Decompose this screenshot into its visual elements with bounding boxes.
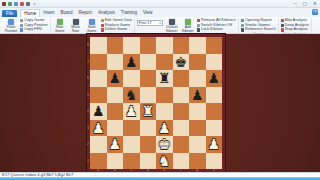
square-a1[interactable]	[90, 153, 107, 170]
white-pawn-e3[interactable]: ♟	[156, 120, 173, 137]
app-icon[interactable]	[2, 2, 6, 6]
square-c3[interactable]	[123, 120, 140, 137]
square-b3[interactable]	[107, 120, 124, 137]
delete-game-button[interactable]: Delete Game	[101, 28, 132, 32]
square-h7[interactable]	[206, 54, 223, 71]
add-kibitzer-button[interactable]: Add Kibitzer	[181, 18, 195, 33]
save-icon[interactable]	[14, 2, 18, 6]
close-button[interactable]: ✕	[310, 0, 320, 7]
square-d5[interactable]	[140, 87, 157, 104]
square-a5[interactable]	[90, 87, 107, 104]
window-controls: –▢✕	[290, 0, 320, 7]
black-pawn-g5[interactable]: ♟	[189, 87, 206, 104]
help-button[interactable]: ?	[312, 9, 318, 15]
tab-training[interactable]: Training	[118, 9, 140, 17]
lock-kibitzer-button[interactable]: Lock Kibitzer	[197, 28, 236, 32]
square-h4[interactable]	[206, 103, 223, 120]
rank-label-5: 5	[87, 87, 90, 104]
square-d3[interactable]	[140, 120, 157, 137]
board-background: abcdefgh 87654321 ♟♚♟♜♟♞♟♟♟♜♟♟♟♚♟♞	[0, 34, 320, 172]
report-icon	[241, 19, 244, 22]
board-grid: abcdefgh 87654321 ♟♚♟♜♟♞♟♟♟♜♟♟♟♚♟♞	[90, 37, 222, 169]
ribbon-tabs: HomeInsertBoardReportAnalysisTrainingVie…	[20, 9, 155, 17]
square-e3[interactable]: ♟	[156, 120, 173, 137]
square-c2[interactable]	[123, 136, 140, 153]
white-pawn-a3[interactable]: ♟	[90, 120, 107, 137]
black-pawn-h6[interactable]: ♟	[206, 70, 223, 87]
square-h5[interactable]	[206, 87, 223, 104]
rank-label-4: 4	[87, 103, 90, 120]
white-rook-d4[interactable]: ♜	[140, 103, 157, 120]
move-now-button[interactable]: Move Now	[69, 18, 83, 33]
square-h2[interactable]: ♟	[206, 136, 223, 153]
square-g7[interactable]	[189, 54, 206, 71]
ribbon-group-clipboard: Paste PositionCopy GameCopy PositionCopy…	[2, 18, 51, 33]
square-d1[interactable]	[140, 153, 157, 170]
square-c7[interactable]: ♟	[123, 54, 140, 71]
square-g2[interactable]	[189, 136, 206, 153]
square-f5[interactable]	[173, 87, 190, 104]
ribbon-content: Paste PositionCopy GameCopy PositionCopy…	[0, 17, 320, 34]
tab-view[interactable]: View	[140, 9, 156, 17]
square-c6[interactable]	[123, 70, 140, 87]
square-d7[interactable]	[140, 54, 157, 71]
square-g6[interactable]	[189, 70, 206, 87]
black-pawn-c7[interactable]: ♟	[123, 54, 140, 71]
ribbon-group-report: Opening ReportSimilar GamesReference Sea…	[239, 18, 279, 33]
square-e1[interactable]: ♞	[156, 153, 173, 170]
new-board-icon[interactable]	[8, 2, 12, 6]
square-d6[interactable]	[140, 70, 157, 87]
square-a2[interactable]	[90, 136, 107, 153]
title-bar: ▾ –▢✕	[0, 0, 320, 8]
paste-position-button[interactable]: Paste Position	[4, 18, 18, 33]
tab-analysis[interactable]: Analysis	[95, 9, 118, 17]
default-kibitzer-button[interactable]: Default Kibitzer	[165, 18, 179, 33]
rank-label-6: 6	[87, 70, 90, 87]
square-a6[interactable]	[90, 70, 107, 87]
tab-report[interactable]: Report	[76, 9, 96, 17]
chess-board: abcdefgh 87654321 ♟♚♟♜♟♞♟♟♟♜♟♟♟♚♟♞	[87, 34, 225, 172]
square-h3[interactable]	[206, 120, 223, 137]
copy-game-icon	[20, 19, 23, 22]
black-pawn-a4[interactable]: ♟	[90, 103, 107, 120]
copy-position-icon	[20, 24, 23, 27]
rank-label-2: 2	[87, 136, 90, 153]
minimize-button[interactable]: –	[290, 0, 300, 7]
square-a4[interactable]: ♟	[90, 103, 107, 120]
copy-fen-button[interactable]: Copy FEN	[20, 28, 48, 32]
square-f6[interactable]	[173, 70, 190, 87]
engine-combo-value: Fritz 17	[139, 21, 152, 25]
square-b1[interactable]	[107, 153, 124, 170]
square-f8[interactable]	[173, 37, 190, 54]
square-f7[interactable]: ♚	[173, 54, 190, 71]
square-h8[interactable]	[206, 37, 223, 54]
rank-label-8: 8	[87, 37, 90, 54]
rank-label-3: 3	[87, 120, 90, 137]
tab-board[interactable]: Board	[58, 9, 76, 17]
black-rook-e6[interactable]: ♜	[156, 70, 173, 87]
rank-label-1: 1	[87, 153, 90, 170]
square-e7[interactable]	[156, 54, 173, 71]
square-a7[interactable]	[90, 54, 107, 71]
black-knight-c5[interactable]: ♞	[123, 87, 140, 104]
new-game-button[interactable]: New Game	[53, 18, 67, 33]
remove-kibitzers-icon	[197, 19, 200, 22]
chessbase-window: ▾ –▢✕ File HomeInsertBoardReportAnalysis…	[0, 0, 320, 180]
print-icon[interactable]	[20, 2, 24, 6]
white-pawn-c4[interactable]: ♟	[123, 103, 140, 120]
square-b8[interactable]	[107, 37, 124, 54]
square-d8[interactable]	[140, 37, 157, 54]
save-game-button[interactable]: Save Game	[85, 18, 99, 33]
square-f3[interactable]	[173, 120, 190, 137]
blitz-icon	[281, 19, 284, 22]
similar-games-icon	[241, 24, 244, 27]
white-knight-e1[interactable]: ♞	[156, 153, 173, 170]
square-f2[interactable]	[173, 136, 190, 153]
rank-label-7: 7	[87, 54, 90, 71]
delete-icon	[101, 28, 104, 31]
lock-icon	[197, 28, 200, 31]
tab-insert[interactable]: Insert	[40, 9, 57, 17]
ribbon-group-game-analysis: Blitz AnalysisDeep AnalysisStop Analysis…	[279, 18, 312, 33]
quick-access-toolbar: ▾	[0, 2, 290, 6]
ribbon-group-game: New GameMove NowSave GameEdit Game DataR…	[51, 18, 135, 33]
tab-file[interactable]: File	[2, 10, 17, 17]
square-d2[interactable]	[140, 136, 157, 153]
maximize-button[interactable]: ▢	[300, 0, 310, 7]
rank-coordinates: 87654321	[87, 37, 90, 169]
square-b7[interactable]	[107, 54, 124, 71]
white-pawn-b2[interactable]: ♟	[107, 136, 124, 153]
tab-home[interactable]: Home	[20, 9, 40, 17]
ribbon-tab-row: File HomeInsertBoardReportAnalysisTraini…	[0, 8, 320, 17]
square-g5[interactable]: ♟	[189, 87, 206, 104]
square-b6[interactable]: ♟	[107, 70, 124, 87]
black-king-f7[interactable]: ♚	[173, 54, 190, 71]
quick-access-caret[interactable]: ▾	[32, 2, 37, 6]
square-c8[interactable]	[123, 37, 140, 54]
square-c1[interactable]	[123, 153, 140, 170]
square-f1[interactable]	[173, 153, 190, 170]
switch-off-icon	[197, 24, 200, 27]
ribbon-group-kibitzer: Fritz 17▾Default KibitzerAdd KibitzerRem…	[135, 18, 239, 33]
square-b2[interactable]: ♟	[107, 136, 124, 153]
square-g3[interactable]	[189, 120, 206, 137]
square-a3[interactable]: ♟	[90, 120, 107, 137]
replace-icon	[101, 24, 104, 27]
engine-combo[interactable]: Fritz 17▾	[137, 20, 163, 26]
square-e4[interactable]	[156, 103, 173, 120]
square-f4[interactable]	[173, 103, 190, 120]
square-a8[interactable]	[90, 37, 107, 54]
square-d4[interactable]: ♜	[140, 103, 157, 120]
square-b5[interactable]	[107, 87, 124, 104]
edit-icon	[101, 19, 104, 22]
square-e2[interactable]: ♚	[156, 136, 173, 153]
deep-analysis-icon	[281, 24, 284, 27]
square-b4[interactable]	[107, 103, 124, 120]
square-g1[interactable]	[189, 153, 206, 170]
white-king-e2[interactable]: ♚	[156, 136, 173, 153]
square-e8[interactable]	[156, 37, 173, 54]
black-pawn-b6[interactable]: ♟	[107, 70, 124, 87]
square-h6[interactable]: ♟	[206, 70, 223, 87]
dropdown-caret: ▾	[159, 21, 161, 25]
square-h1[interactable]	[206, 153, 223, 170]
square-c4[interactable]: ♟	[123, 103, 140, 120]
square-g8[interactable]	[189, 37, 206, 54]
white-pawn-h2[interactable]: ♟	[206, 136, 223, 153]
square-e6[interactable]: ♜	[156, 70, 173, 87]
square-c5[interactable]: ♞	[123, 87, 140, 104]
undo-icon[interactable]	[26, 2, 30, 6]
bottom-edge-bar	[0, 177, 320, 180]
copy-fen-icon	[20, 28, 23, 31]
square-e5[interactable]	[156, 87, 173, 104]
square-g4[interactable]	[189, 103, 206, 120]
